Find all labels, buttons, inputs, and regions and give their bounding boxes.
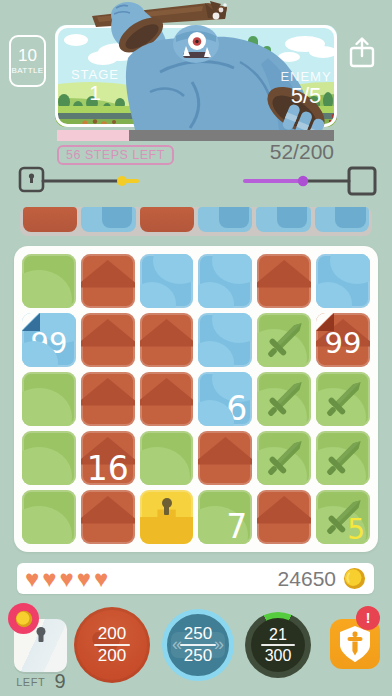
coin-icon xyxy=(15,610,33,628)
next-tiles-preview xyxy=(20,207,372,236)
enemy-label: ENEMY xyxy=(278,69,334,84)
enemy-hp-fill xyxy=(57,130,129,141)
heart-icon: ♥ xyxy=(60,567,74,591)
tile-r2c2-r[interactable] xyxy=(81,313,135,367)
shield-sword-icon xyxy=(338,625,372,663)
coin-icon xyxy=(343,567,366,590)
tile-r3c6-g[interactable] xyxy=(316,372,370,426)
enemy-value: 5/5 xyxy=(278,84,334,107)
share-button[interactable] xyxy=(346,36,378,70)
tile-r1c2-r[interactable] xyxy=(81,254,135,308)
tile-r2c1-b[interactable]: 99 xyxy=(22,313,76,367)
tile-r2c5-g[interactable] xyxy=(257,313,311,367)
heart-icon: ♥ xyxy=(94,567,108,591)
sword-icon xyxy=(316,431,370,485)
tile-r2c3-r[interactable] xyxy=(140,313,194,367)
tile-number: 99 xyxy=(316,313,370,367)
tile-r5c1-g[interactable] xyxy=(22,490,76,544)
chest-gauge xyxy=(20,168,137,191)
keyhole-icon xyxy=(36,627,45,636)
charge-orb-top: 21 xyxy=(269,626,287,643)
share-icon xyxy=(346,36,378,70)
tile-r1c3-b[interactable] xyxy=(140,254,194,308)
game-screen: 10 BATTLE STAGE 1 ENEMY 5/5 56 STEPS LEF… xyxy=(0,0,392,696)
tile-r4c6-g[interactable] xyxy=(316,431,370,485)
heart-icon: ♥ xyxy=(42,567,56,591)
tile-r5c6-g[interactable]: 5 xyxy=(316,490,370,544)
tile-r3c4-b[interactable]: 6 xyxy=(198,372,252,426)
heart-icon: ♥ xyxy=(77,567,91,591)
tile-r3c1-g[interactable] xyxy=(22,372,76,426)
battle-label: BATTLE xyxy=(11,66,43,75)
hp-value-text: 52/200 xyxy=(214,140,334,164)
tile-number: 99 xyxy=(22,313,76,367)
swap-orb-bottom: 250 xyxy=(184,647,212,665)
status-bar: ♥♥♥♥♥ 24650 xyxy=(17,563,374,594)
preview-tile-6-blue xyxy=(315,207,369,232)
stage-label: STAGE xyxy=(60,67,130,82)
tile-r4c5-g[interactable] xyxy=(257,431,311,485)
swap-orb-button[interactable]: « » 250 250 xyxy=(162,609,234,681)
keyhole-icon xyxy=(162,498,172,508)
hearts-row: ♥♥♥♥♥ xyxy=(25,567,278,591)
charge-orb-bottom: 300 xyxy=(265,647,292,664)
preview-tile-2-blue xyxy=(81,207,135,232)
tile-number: 16 xyxy=(81,449,135,485)
swap-orb-top: 250 xyxy=(184,625,212,643)
tile-number: 7 xyxy=(226,507,247,544)
battle-count: 10 xyxy=(18,47,37,65)
tile-r4c2-r[interactable]: 16 xyxy=(81,431,135,485)
tile-r3c5-g[interactable] xyxy=(257,372,311,426)
tile-r4c4-r[interactable] xyxy=(198,431,252,485)
tile-r1c5-r[interactable] xyxy=(257,254,311,308)
sword-icon xyxy=(316,372,370,426)
tile-r5c2-r[interactable] xyxy=(81,490,135,544)
tile-r3c3-r[interactable] xyxy=(140,372,194,426)
chest-stock-label: LEFT xyxy=(16,676,45,688)
stage-indicator: STAGE 1 xyxy=(60,67,130,104)
fraction-divider xyxy=(261,644,295,646)
sword-icon xyxy=(257,372,311,426)
tile-r1c6-b[interactable] xyxy=(316,254,370,308)
tile-r3c2-r[interactable] xyxy=(81,372,135,426)
reward-gauges xyxy=(0,164,392,198)
tile-r5c5-r[interactable] xyxy=(257,490,311,544)
red-orb-bottom: 200 xyxy=(98,647,126,665)
sword-icon xyxy=(257,313,311,367)
preview-tile-4-blue xyxy=(198,207,252,232)
board-grid: 99 996 xyxy=(22,254,370,544)
chest-stock: LEFT 9 xyxy=(10,670,72,693)
tile-r5c3-y[interactable] xyxy=(140,490,194,544)
board-container: 99 996 xyxy=(14,246,378,552)
tile-r4c1-g[interactable] xyxy=(22,431,76,485)
tile-r5c4-g[interactable]: 7 xyxy=(198,490,252,544)
alert-badge: ! xyxy=(356,606,380,630)
tile-number: 6 xyxy=(226,389,247,426)
preview-tile-3-red xyxy=(140,207,194,232)
goal-gauge xyxy=(245,168,375,194)
enemy-indicator: ENEMY 5/5 xyxy=(278,69,334,107)
tile-r1c1-g[interactable] xyxy=(22,254,76,308)
chest-stock-value: 9 xyxy=(55,670,66,692)
battle-count-badge: 10 BATTLE xyxy=(9,35,46,87)
steps-left-pill: 56 STEPS LEFT xyxy=(57,145,174,165)
charge-orb-button[interactable]: 21 300 xyxy=(245,612,311,678)
preview-tile-5-blue xyxy=(256,207,310,232)
stage-value: 1 xyxy=(60,82,130,104)
tile-r2c4-b[interactable] xyxy=(198,313,252,367)
preview-tile-1-red xyxy=(23,207,77,232)
red-power-orb-button[interactable]: ♥ 200 200 xyxy=(74,607,150,683)
coin-balance: 24650 xyxy=(278,567,336,591)
heart-icon: ♥ xyxy=(25,567,39,591)
chest-cost-badge xyxy=(8,603,39,634)
tile-r1c4-b[interactable] xyxy=(198,254,252,308)
tile-number: 5 xyxy=(347,513,365,544)
tile-r4c3-g[interactable] xyxy=(140,431,194,485)
tile-r2c6-r[interactable]: 99 xyxy=(316,313,370,367)
sword-icon xyxy=(257,431,311,485)
red-orb-top: 200 xyxy=(98,625,126,643)
